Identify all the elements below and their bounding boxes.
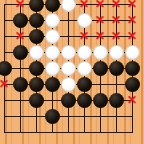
black-stone[interactable] — [13, 13, 28, 28]
black-stone[interactable] — [109, 61, 124, 76]
black-stone[interactable] — [77, 93, 92, 108]
black-stone[interactable] — [0, 61, 12, 76]
black-stone[interactable] — [45, 0, 60, 12]
red-x-mark[interactable]: ✕ — [76, 0, 92, 12]
red-x-mark[interactable]: ✕ — [108, 0, 124, 12]
black-stone[interactable] — [29, 0, 44, 12]
black-stone[interactable] — [93, 61, 108, 76]
white-stone[interactable] — [45, 29, 60, 44]
red-x-mark[interactable]: ✕ — [92, 0, 108, 12]
white-stone[interactable] — [61, 0, 76, 12]
white-stone[interactable] — [77, 13, 92, 28]
red-x-mark[interactable]: ✕ — [12, 28, 28, 44]
black-stone[interactable] — [77, 77, 92, 92]
red-x-mark[interactable]: ✕ — [92, 12, 108, 28]
black-stone[interactable] — [45, 109, 60, 124]
black-stone[interactable] — [29, 61, 44, 76]
go-app-screenshot: ✕✕✕✕✕✕✕✕✕✕✕✕✕✕✕ — [0, 0, 144, 144]
red-x-mark[interactable]: ✕ — [108, 28, 124, 44]
black-stone[interactable] — [93, 93, 108, 108]
red-x-mark[interactable]: ✕ — [124, 92, 140, 108]
black-stone[interactable] — [29, 93, 44, 108]
white-stone[interactable] — [45, 61, 60, 76]
white-stone[interactable] — [61, 77, 76, 92]
white-stone[interactable] — [29, 45, 44, 60]
black-stone[interactable] — [109, 93, 124, 108]
white-stone[interactable] — [61, 61, 76, 76]
black-stone[interactable] — [29, 77, 44, 92]
black-stone[interactable] — [29, 29, 44, 44]
white-stone[interactable] — [45, 13, 60, 28]
white-stone[interactable] — [93, 45, 108, 60]
red-x-mark[interactable]: ✕ — [12, 0, 28, 12]
red-x-mark[interactable]: ✕ — [92, 28, 108, 44]
white-stone[interactable] — [77, 61, 92, 76]
black-stone[interactable] — [13, 45, 28, 60]
white-stone[interactable] — [45, 45, 60, 60]
white-stone[interactable] — [77, 45, 92, 60]
white-stone[interactable] — [125, 45, 140, 60]
red-x-mark[interactable]: ✕ — [0, 76, 12, 92]
black-stone[interactable] — [29, 13, 44, 28]
red-x-mark[interactable]: ✕ — [108, 12, 124, 28]
red-x-mark[interactable]: ✕ — [76, 28, 92, 44]
black-stone[interactable] — [125, 77, 140, 92]
black-stone[interactable] — [13, 77, 28, 92]
white-stone[interactable] — [61, 45, 76, 60]
red-x-mark[interactable]: ✕ — [124, 12, 140, 28]
red-x-mark[interactable]: ✕ — [124, 28, 140, 44]
white-stone[interactable] — [109, 45, 124, 60]
black-stone[interactable] — [61, 93, 76, 108]
black-stone[interactable] — [125, 61, 140, 76]
black-stone[interactable] — [45, 77, 60, 92]
red-x-mark[interactable]: ✕ — [124, 0, 140, 12]
